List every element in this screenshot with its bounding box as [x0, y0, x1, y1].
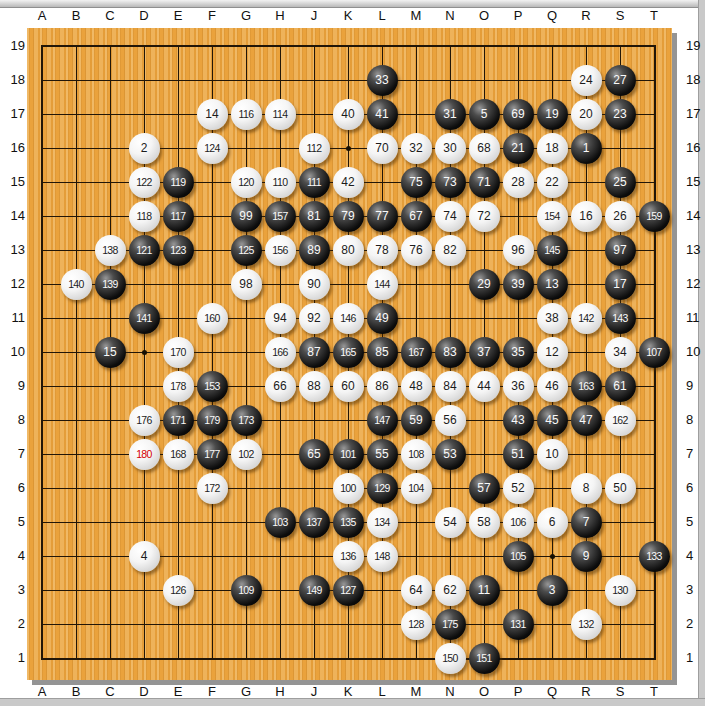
stone-white-K17[interactable]: 40: [333, 99, 364, 130]
stone-white-L13[interactable]: 78: [367, 235, 398, 266]
stone-white-M16[interactable]: 32: [401, 133, 432, 164]
stone-white-P15[interactable]: 28: [503, 167, 534, 198]
move-number-label: 178: [170, 381, 186, 392]
star-point-D10: [142, 350, 147, 355]
stone-black-R4[interactable]: 9: [571, 541, 602, 572]
stone-black-P10[interactable]: 35: [503, 337, 534, 368]
move-number-label: 10: [545, 448, 558, 460]
coord-label-top-K: K: [337, 8, 359, 24]
coord-label-bottom-P: P: [507, 684, 529, 700]
stone-black-G14[interactable]: 99: [231, 201, 262, 232]
stone-black-L14[interactable]: 77: [367, 201, 398, 232]
move-number-label: 47: [579, 414, 592, 426]
stone-white-H13[interactable]: 156: [265, 235, 296, 266]
stone-white-M3[interactable]: 64: [401, 575, 432, 606]
move-number-label: 149: [306, 585, 322, 596]
coord-label-bottom-Q: Q: [541, 684, 563, 700]
stone-black-O10[interactable]: 37: [469, 337, 500, 368]
move-number-label: 167: [408, 347, 424, 358]
stone-black-S18[interactable]: 27: [605, 65, 636, 96]
stone-black-S17[interactable]: 23: [605, 99, 636, 130]
stone-white-P6[interactable]: 52: [503, 473, 534, 504]
stone-white-D7[interactable]: 180: [129, 439, 160, 470]
stone-white-B12[interactable]: 140: [61, 269, 92, 300]
coord-label-left-15: 15: [1, 174, 25, 190]
stone-black-O6[interactable]: 57: [469, 473, 500, 504]
stone-black-G8[interactable]: 173: [231, 405, 262, 436]
star-point-K16: [346, 146, 351, 151]
move-number-label: 19: [545, 108, 558, 120]
coord-label-top-G: G: [235, 8, 257, 24]
coord-label-left-13: 13: [1, 242, 25, 258]
coord-label-bottom-T: T: [643, 684, 665, 700]
stone-black-S9[interactable]: 61: [605, 371, 636, 402]
coord-label-right-18: 18: [686, 72, 705, 88]
move-number-label: 150: [442, 653, 458, 664]
move-number-label: 132: [578, 619, 594, 630]
stone-black-J15[interactable]: 111: [299, 167, 330, 198]
move-number-label: 84: [443, 380, 456, 392]
stone-white-P13[interactable]: 96: [503, 235, 534, 266]
stone-black-Q3[interactable]: 3: [537, 575, 568, 606]
stone-black-Q17[interactable]: 19: [537, 99, 568, 130]
stone-white-G7[interactable]: 102: [231, 439, 262, 470]
stone-white-S6[interactable]: 50: [605, 473, 636, 504]
move-number-label: 87: [307, 346, 320, 358]
stone-black-O3[interactable]: 11: [469, 575, 500, 606]
coord-label-right-1: 1: [686, 650, 705, 666]
move-number-label: 168: [170, 449, 186, 460]
stone-white-K6[interactable]: 100: [333, 473, 364, 504]
stone-black-S13[interactable]: 97: [605, 235, 636, 266]
move-number-label: 111: [307, 177, 321, 188]
stone-white-G15[interactable]: 120: [231, 167, 262, 198]
stone-black-O17[interactable]: 5: [469, 99, 500, 130]
coord-label-top-H: H: [269, 8, 291, 24]
move-number-label: 20: [579, 108, 592, 120]
coord-label-top-B: B: [65, 8, 87, 24]
stone-black-T10[interactable]: 107: [639, 337, 670, 368]
stone-black-D11[interactable]: 141: [129, 303, 160, 334]
move-number-label: 153: [204, 381, 220, 392]
move-number-label: 9: [583, 550, 590, 562]
stone-white-N9[interactable]: 84: [435, 371, 466, 402]
stone-black-J13[interactable]: 89: [299, 235, 330, 266]
stone-black-R8[interactable]: 47: [571, 405, 602, 436]
stone-white-F6[interactable]: 172: [197, 473, 228, 504]
coord-label-top-O: O: [473, 8, 495, 24]
stone-black-R5[interactable]: 7: [571, 507, 602, 538]
stone-black-O1[interactable]: 151: [469, 643, 500, 674]
stone-white-M2[interactable]: 128: [401, 609, 432, 640]
stone-white-J9[interactable]: 88: [299, 371, 330, 402]
stone-black-F9[interactable]: 153: [197, 371, 228, 402]
move-number-label: 54: [443, 516, 456, 528]
coord-label-top-F: F: [201, 8, 223, 24]
stone-white-S3[interactable]: 130: [605, 575, 636, 606]
move-number-label: 108: [408, 449, 424, 460]
stone-white-F16[interactable]: 124: [197, 133, 228, 164]
stone-white-N14[interactable]: 74: [435, 201, 466, 232]
stone-white-K9[interactable]: 60: [333, 371, 364, 402]
stone-black-L17[interactable]: 41: [367, 99, 398, 130]
stone-black-P12[interactable]: 39: [503, 269, 534, 300]
stone-white-S14[interactable]: 26: [605, 201, 636, 232]
stone-black-S11[interactable]: 143: [605, 303, 636, 334]
coord-label-left-3: 3: [1, 582, 25, 598]
stone-black-G13[interactable]: 125: [231, 235, 262, 266]
move-number-label: 7: [583, 516, 590, 528]
move-number-label: 135: [340, 517, 356, 528]
move-number-label: 101: [340, 449, 356, 460]
move-number-label: 144: [374, 279, 390, 290]
stone-white-K11[interactable]: 146: [333, 303, 364, 334]
move-number-label: 78: [375, 244, 388, 256]
stone-black-M14[interactable]: 67: [401, 201, 432, 232]
coord-label-top-T: T: [643, 8, 665, 24]
stone-black-F8[interactable]: 179: [197, 405, 228, 436]
stone-white-M9[interactable]: 48: [401, 371, 432, 402]
move-number-label: 145: [544, 245, 560, 256]
move-number-label: 122: [136, 177, 152, 188]
move-number-label: 33: [375, 74, 388, 86]
stone-white-J16[interactable]: 112: [299, 133, 330, 164]
stone-white-H15[interactable]: 110: [265, 167, 296, 198]
move-number-label: 14: [205, 108, 218, 120]
stone-black-P17[interactable]: 69: [503, 99, 534, 130]
move-number-label: 28: [511, 176, 524, 188]
stone-white-M6[interactable]: 104: [401, 473, 432, 504]
stone-white-N3[interactable]: 62: [435, 575, 466, 606]
stone-black-N17[interactable]: 31: [435, 99, 466, 130]
stone-black-C12[interactable]: 139: [95, 269, 126, 300]
move-number-label: 48: [409, 380, 422, 392]
coord-label-right-16: 16: [686, 140, 705, 156]
move-number-label: 35: [511, 346, 524, 358]
move-number-label: 119: [171, 177, 186, 188]
coord-label-right-19: 19: [686, 38, 705, 54]
stone-black-L6[interactable]: 129: [367, 473, 398, 504]
stone-black-R16[interactable]: 1: [571, 133, 602, 164]
stone-white-L5[interactable]: 134: [367, 507, 398, 538]
stone-black-P8[interactable]: 43: [503, 405, 534, 436]
stone-white-Q14[interactable]: 154: [537, 201, 568, 232]
move-number-label: 116: [239, 109, 254, 120]
stone-white-D4[interactable]: 4: [129, 541, 160, 572]
move-number-label: 159: [646, 211, 662, 222]
stone-black-O15[interactable]: 71: [469, 167, 500, 198]
coord-label-bottom-C: C: [99, 684, 121, 700]
stone-white-J11[interactable]: 92: [299, 303, 330, 334]
stone-black-L11[interactable]: 49: [367, 303, 398, 334]
move-number-label: 99: [239, 210, 252, 222]
coord-label-left-2: 2: [1, 616, 25, 632]
coord-label-right-13: 13: [686, 242, 705, 258]
stone-black-G3[interactable]: 109: [231, 575, 262, 606]
move-number-label: 6: [549, 516, 556, 528]
move-number-label: 44: [477, 380, 490, 392]
stone-black-O12[interactable]: 29: [469, 269, 500, 300]
stone-white-H10[interactable]: 166: [265, 337, 296, 368]
stone-black-K3[interactable]: 127: [333, 575, 364, 606]
coord-label-top-N: N: [439, 8, 461, 24]
move-number-label: 104: [408, 483, 424, 494]
stone-white-Q15[interactable]: 22: [537, 167, 568, 198]
stone-black-E15[interactable]: 119: [163, 167, 194, 198]
coord-label-right-9: 9: [686, 378, 705, 394]
stone-black-N15[interactable]: 73: [435, 167, 466, 198]
stone-white-E9[interactable]: 178: [163, 371, 194, 402]
stone-white-H9[interactable]: 66: [265, 371, 296, 402]
move-number-label: 151: [476, 653, 492, 664]
coord-label-top-D: D: [133, 8, 155, 24]
move-number-label: 126: [170, 585, 186, 596]
move-number-label: 94: [273, 312, 286, 324]
coord-label-bottom-H: H: [269, 684, 291, 700]
stone-white-N1[interactable]: 150: [435, 643, 466, 674]
stone-black-J10[interactable]: 87: [299, 337, 330, 368]
stone-black-E13[interactable]: 123: [163, 235, 194, 266]
go-board[interactable]: 3324271411611440413156919202321241127032…: [27, 28, 672, 680]
move-number-label: 79: [341, 210, 354, 222]
coord-label-right-3: 3: [686, 582, 705, 598]
stone-white-P5[interactable]: 106: [503, 507, 534, 538]
stone-white-S10[interactable]: 34: [605, 337, 636, 368]
stone-black-E14[interactable]: 117: [163, 201, 194, 232]
stone-white-O16[interactable]: 68: [469, 133, 500, 164]
stone-white-E7[interactable]: 168: [163, 439, 194, 470]
stone-black-Q12[interactable]: 13: [537, 269, 568, 300]
stone-white-O9[interactable]: 44: [469, 371, 500, 402]
coord-label-right-8: 8: [686, 412, 705, 428]
coord-label-top-Q: Q: [541, 8, 563, 24]
coord-label-top-A: A: [31, 8, 53, 24]
stone-white-D16[interactable]: 2: [129, 133, 160, 164]
stone-black-K5[interactable]: 135: [333, 507, 364, 538]
stone-black-K10[interactable]: 165: [333, 337, 364, 368]
stone-white-Q10[interactable]: 12: [537, 337, 568, 368]
stone-black-L7[interactable]: 55: [367, 439, 398, 470]
move-number-label: 70: [375, 142, 388, 154]
move-number-label: 27: [613, 74, 626, 86]
move-number-label: 31: [443, 108, 456, 120]
move-number-label: 11: [478, 584, 490, 596]
stone-black-P16[interactable]: 21: [503, 133, 534, 164]
stone-white-K13[interactable]: 80: [333, 235, 364, 266]
stone-black-F7[interactable]: 177: [197, 439, 228, 470]
move-number-label: 107: [646, 347, 662, 358]
stone-black-H14[interactable]: 157: [265, 201, 296, 232]
stone-white-L12[interactable]: 144: [367, 269, 398, 300]
stone-black-N7[interactable]: 53: [435, 439, 466, 470]
stone-white-C13[interactable]: 138: [95, 235, 126, 266]
move-number-label: 106: [510, 517, 526, 528]
move-number-label: 148: [374, 551, 390, 562]
stone-black-T4[interactable]: 133: [639, 541, 670, 572]
move-number-label: 98: [239, 278, 252, 290]
stone-white-R2[interactable]: 132: [571, 609, 602, 640]
move-number-label: 23: [613, 108, 626, 120]
stone-black-J14[interactable]: 81: [299, 201, 330, 232]
stone-white-R11[interactable]: 142: [571, 303, 602, 334]
stone-white-O5[interactable]: 58: [469, 507, 500, 538]
move-number-label: 105: [510, 551, 526, 562]
coord-label-top-C: C: [99, 8, 121, 24]
stone-black-H5[interactable]: 103: [265, 507, 296, 538]
stone-white-Q16[interactable]: 18: [537, 133, 568, 164]
stone-white-H17[interactable]: 114: [265, 99, 296, 130]
stone-black-N2[interactable]: 175: [435, 609, 466, 640]
stone-white-R17[interactable]: 20: [571, 99, 602, 130]
move-number-label: 118: [137, 211, 152, 222]
coord-label-bottom-A: A: [31, 684, 53, 700]
stone-white-P9[interactable]: 36: [503, 371, 534, 402]
move-number-label: 139: [102, 279, 118, 290]
coord-label-right-10: 10: [686, 344, 705, 360]
move-number-label: 37: [477, 346, 490, 358]
move-number-label: 2: [141, 142, 148, 154]
stone-black-P7[interactable]: 51: [503, 439, 534, 470]
stone-white-N8[interactable]: 56: [435, 405, 466, 436]
coord-label-bottom-B: B: [65, 684, 87, 700]
stone-black-S12[interactable]: 17: [605, 269, 636, 300]
stone-white-F11[interactable]: 160: [197, 303, 228, 334]
stone-black-J7[interactable]: 65: [299, 439, 330, 470]
coord-label-right-4: 4: [686, 548, 705, 564]
stone-black-J3[interactable]: 149: [299, 575, 330, 606]
stone-white-D15[interactable]: 122: [129, 167, 160, 198]
move-number-label: 15: [103, 346, 116, 358]
coord-label-right-2: 2: [686, 616, 705, 632]
stone-black-M15[interactable]: 75: [401, 167, 432, 198]
stone-black-L10[interactable]: 85: [367, 337, 398, 368]
move-number-label: 85: [375, 346, 388, 358]
move-number-label: 166: [272, 347, 288, 358]
move-number-label: 42: [341, 176, 354, 188]
stone-white-H11[interactable]: 94: [265, 303, 296, 334]
move-number-label: 124: [204, 143, 220, 154]
stone-black-C10[interactable]: 15: [95, 337, 126, 368]
stone-white-M7[interactable]: 108: [401, 439, 432, 470]
move-number-label: 73: [443, 176, 456, 188]
coord-label-right-6: 6: [686, 480, 705, 496]
move-number-label: 147: [374, 415, 390, 426]
stone-white-G12[interactable]: 98: [231, 269, 262, 300]
move-number-label: 80: [341, 244, 354, 256]
stone-white-Q11[interactable]: 38: [537, 303, 568, 334]
stone-black-P2[interactable]: 131: [503, 609, 534, 640]
move-number-label: 30: [443, 142, 456, 154]
stone-white-N16[interactable]: 30: [435, 133, 466, 164]
stone-white-M13[interactable]: 76: [401, 235, 432, 266]
window-edge-top: [0, 0, 705, 8]
stone-black-K7[interactable]: 101: [333, 439, 364, 470]
move-number-label: 109: [238, 585, 254, 596]
move-number-label: 18: [545, 142, 558, 154]
move-number-label: 96: [511, 244, 524, 256]
move-number-label: 112: [307, 143, 322, 154]
stone-white-Q7[interactable]: 10: [537, 439, 568, 470]
move-number-label: 67: [409, 210, 422, 222]
move-number-label: 29: [477, 278, 490, 290]
stone-black-Q8[interactable]: 45: [537, 405, 568, 436]
stone-black-S15[interactable]: 25: [605, 167, 636, 198]
stone-white-R18[interactable]: 24: [571, 65, 602, 96]
stone-white-E3[interactable]: 126: [163, 575, 194, 606]
stone-black-N10[interactable]: 83: [435, 337, 466, 368]
stone-white-N5[interactable]: 54: [435, 507, 466, 538]
stone-black-D13[interactable]: 121: [129, 235, 160, 266]
stone-black-E8[interactable]: 171: [163, 405, 194, 436]
stone-white-L4[interactable]: 148: [367, 541, 398, 572]
stone-white-Q9[interactable]: 46: [537, 371, 568, 402]
stone-black-J5[interactable]: 137: [299, 507, 330, 538]
stone-black-T14[interactable]: 159: [639, 201, 670, 232]
stone-black-L18[interactable]: 33: [367, 65, 398, 96]
move-number-label: 65: [307, 448, 320, 460]
move-number-label: 21: [511, 142, 524, 154]
coord-label-left-6: 6: [1, 480, 25, 496]
coord-label-left-14: 14: [1, 208, 25, 224]
stone-white-F17[interactable]: 14: [197, 99, 228, 130]
star-point-Q4: [550, 554, 555, 559]
stone-white-S8[interactable]: 162: [605, 405, 636, 436]
move-number-label: 50: [613, 482, 626, 494]
move-number-label: 160: [204, 313, 220, 324]
coord-label-bottom-M: M: [405, 684, 427, 700]
coord-label-top-S: S: [609, 8, 631, 24]
move-number-label: 125: [238, 245, 254, 256]
move-number-label: 81: [307, 210, 320, 222]
move-number-label: 75: [409, 176, 422, 188]
stone-black-M8[interactable]: 59: [401, 405, 432, 436]
move-number-label: 88: [307, 380, 320, 392]
move-number-label: 142: [578, 313, 594, 324]
stone-white-L9[interactable]: 86: [367, 371, 398, 402]
move-number-label: 127: [340, 585, 356, 596]
coord-label-left-17: 17: [1, 106, 25, 122]
stone-white-J12[interactable]: 90: [299, 269, 330, 300]
stone-white-G17[interactable]: 116: [231, 99, 262, 130]
move-number-label: 134: [374, 517, 390, 528]
coord-label-left-18: 18: [1, 72, 25, 88]
coord-label-bottom-O: O: [473, 684, 495, 700]
stone-white-N13[interactable]: 82: [435, 235, 466, 266]
stone-white-R6[interactable]: 8: [571, 473, 602, 504]
stone-black-K14[interactable]: 79: [333, 201, 364, 232]
move-number-label: 53: [443, 448, 456, 460]
stone-white-R14[interactable]: 16: [571, 201, 602, 232]
move-number-label: 51: [511, 448, 524, 460]
stone-black-R9[interactable]: 163: [571, 371, 602, 402]
stone-white-D14[interactable]: 118: [129, 201, 160, 232]
stone-black-M10[interactable]: 167: [401, 337, 432, 368]
stone-white-D8[interactable]: 176: [129, 405, 160, 436]
stone-black-L8[interactable]: 147: [367, 405, 398, 436]
move-number-label: 49: [375, 312, 388, 324]
stone-white-Q5[interactable]: 6: [537, 507, 568, 538]
stone-black-P4[interactable]: 105: [503, 541, 534, 572]
coord-label-bottom-F: F: [201, 684, 223, 700]
stone-white-O14[interactable]: 72: [469, 201, 500, 232]
coord-label-left-4: 4: [1, 548, 25, 564]
stone-white-E10[interactable]: 170: [163, 337, 194, 368]
stone-white-L16[interactable]: 70: [367, 133, 398, 164]
stone-white-K15[interactable]: 42: [333, 167, 364, 198]
move-number-label: 72: [477, 210, 490, 222]
stone-black-Q13[interactable]: 145: [537, 235, 568, 266]
stone-white-K4[interactable]: 136: [333, 541, 364, 572]
